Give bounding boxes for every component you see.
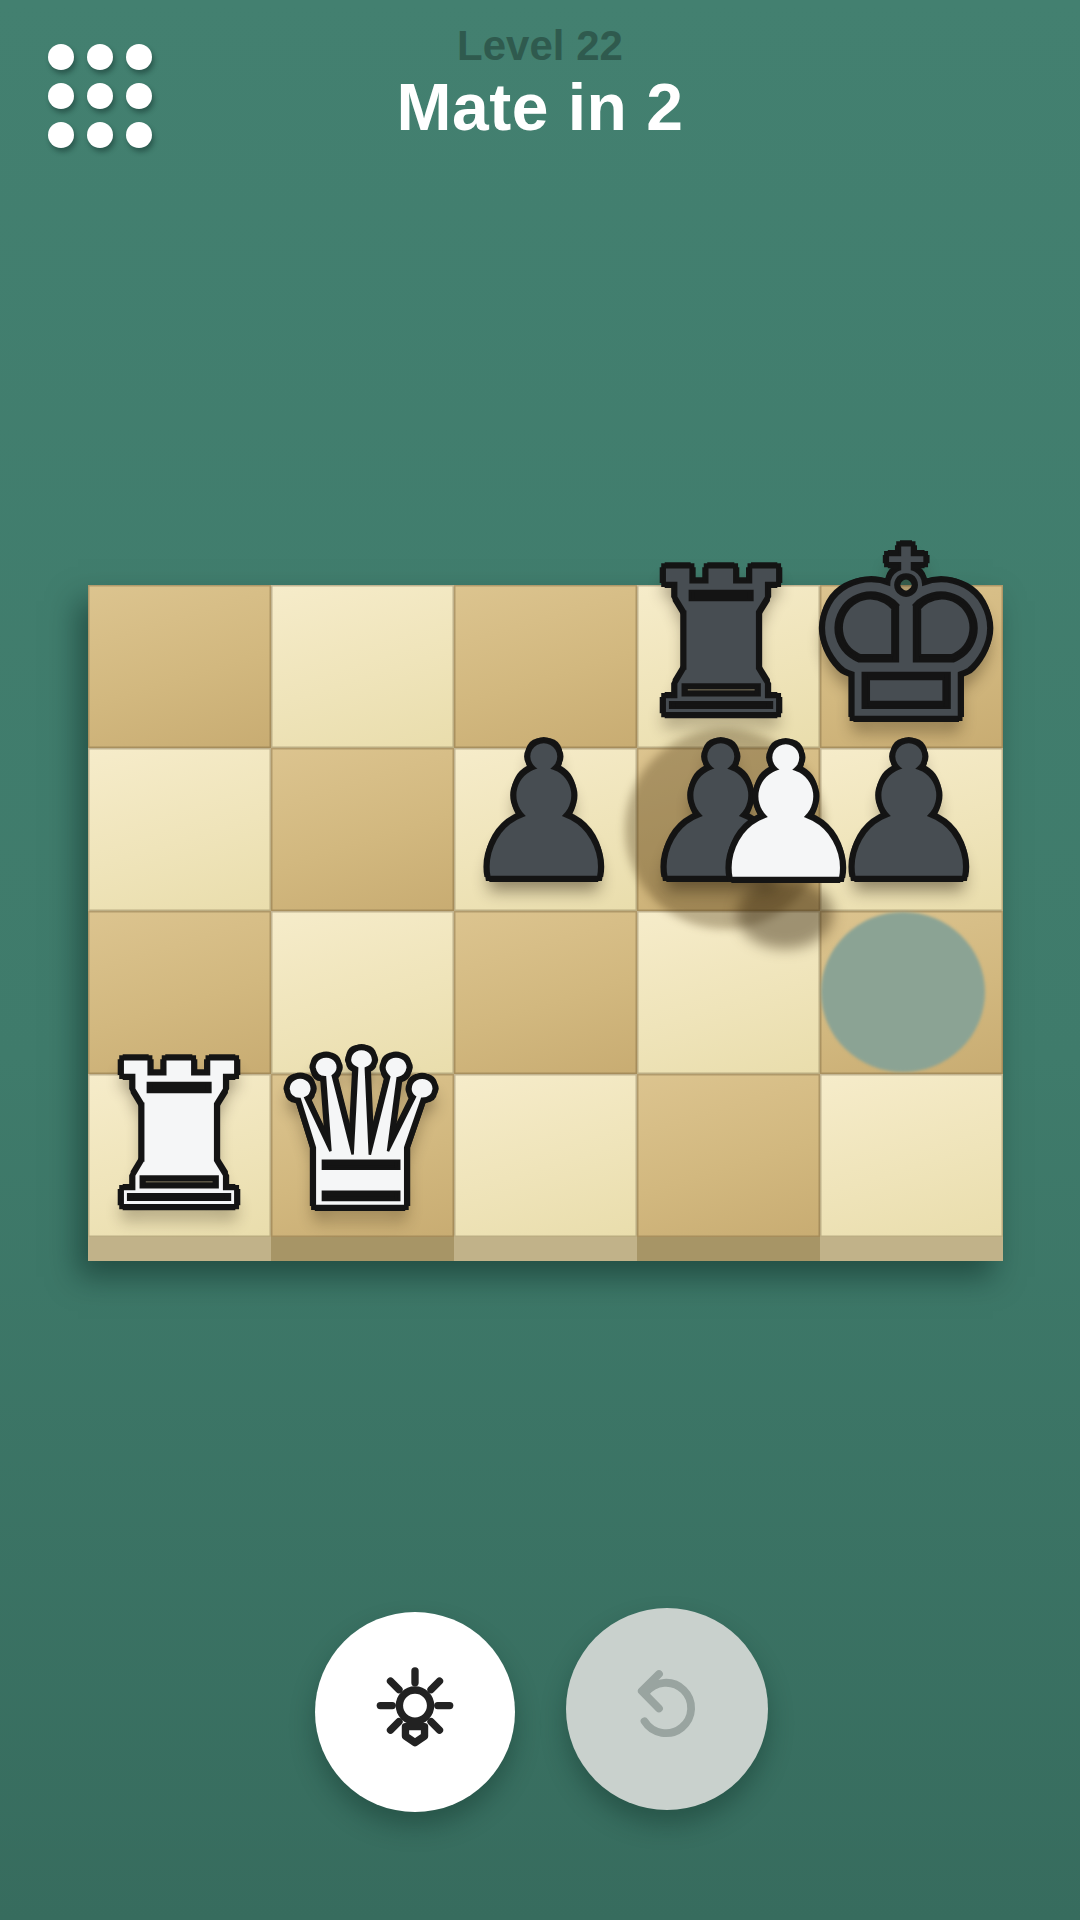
square-e2[interactable] xyxy=(820,911,1003,1074)
square-d2[interactable] xyxy=(637,911,820,1074)
board-front-edge-cell xyxy=(454,1237,637,1261)
square-c2[interactable] xyxy=(454,911,637,1074)
square-c1[interactable] xyxy=(454,1074,637,1237)
undo-button[interactable] xyxy=(566,1608,768,1810)
piece-black-pawn-c3[interactable]: ♟ xyxy=(461,721,627,906)
piece-white-queen-b1[interactable]: ♛ xyxy=(265,1024,458,1239)
square-b3[interactable] xyxy=(271,748,454,911)
square-e1[interactable] xyxy=(820,1074,1003,1237)
square-b4[interactable] xyxy=(271,585,454,748)
undo-arrow-icon xyxy=(612,1653,722,1766)
square-a3[interactable] xyxy=(88,748,271,911)
objective-label: Mate in 2 xyxy=(0,71,1080,145)
level-label: Level 22 xyxy=(0,22,1080,69)
board-front-edge-cell xyxy=(637,1237,820,1261)
square-a4[interactable] xyxy=(88,585,271,748)
piece-white-rook-a1[interactable]: ♜ xyxy=(89,1036,268,1236)
board-front-edge-cell xyxy=(820,1237,1003,1261)
lightbulb-icon xyxy=(363,1659,467,1766)
header: Level 22 Mate in 2 xyxy=(0,22,1080,145)
square-d1[interactable] xyxy=(637,1074,820,1237)
chess-board: ♜♚♟♟♟♟♜♛ xyxy=(88,585,1003,1261)
hint-button[interactable] xyxy=(315,1612,515,1812)
piece-white-pawn-e2-drag[interactable]: ♟ xyxy=(703,722,869,907)
